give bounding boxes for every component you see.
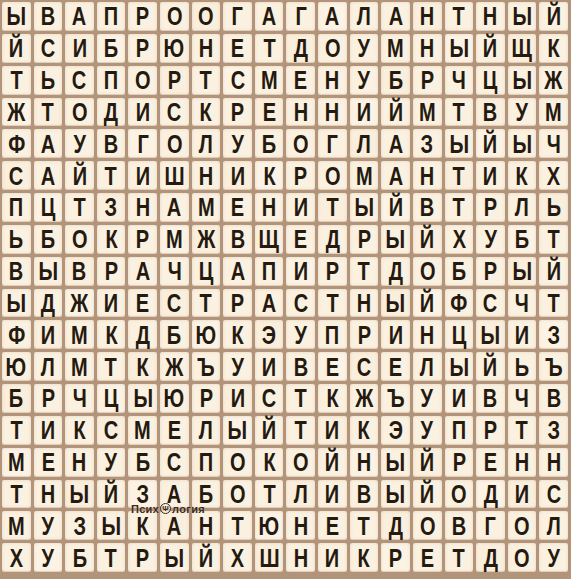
grid-cell[interactable]: В (223, 225, 252, 254)
grid-cell[interactable]: Р (445, 448, 474, 477)
grid-cell[interactable]: И (350, 98, 379, 127)
grid-cell[interactable]: В (539, 384, 568, 413)
grid-cell[interactable]: Т (286, 416, 315, 445)
grid-cell[interactable]: С (286, 289, 315, 318)
grid-cell[interactable]: Т (445, 161, 474, 190)
grid-cell[interactable]: Н (318, 66, 347, 95)
grid-cell[interactable]: Т (445, 543, 474, 572)
grid-cell[interactable]: И (128, 161, 157, 190)
grid-cell[interactable]: Н (286, 98, 315, 127)
grid-cell[interactable]: Е (160, 416, 189, 445)
grid-cell[interactable]: Й (476, 352, 505, 381)
grid-cell[interactable]: Ы (508, 2, 537, 31)
grid-cell[interactable]: Н (413, 34, 442, 63)
grid-cell[interactable]: А (223, 257, 252, 286)
grid-cell[interactable]: Л (350, 129, 379, 158)
grid-cell[interactable]: Ф (2, 129, 31, 158)
grid-cell[interactable]: К (192, 98, 221, 127)
grid-cell[interactable]: П (318, 320, 347, 349)
grid-cell[interactable]: М (350, 161, 379, 190)
grid-cell[interactable]: Н (413, 320, 442, 349)
grid-cell[interactable]: Н (350, 448, 379, 477)
grid-cell[interactable]: З (413, 129, 442, 158)
grid-cell[interactable]: Н (192, 161, 221, 190)
grid-cell[interactable]: З (128, 480, 157, 509)
grid-cell[interactable]: Н (192, 511, 221, 540)
grid-cell[interactable]: П (97, 66, 126, 95)
grid-cell[interactable]: Ы (128, 384, 157, 413)
grid-cell[interactable]: З (539, 320, 568, 349)
grid-cell[interactable]: В (476, 384, 505, 413)
grid-cell[interactable]: А (160, 480, 189, 509)
grid-cell[interactable]: П (2, 193, 31, 222)
grid-cell[interactable]: Л (539, 511, 568, 540)
grid-cell[interactable]: Й (413, 289, 442, 318)
grid-cell[interactable]: Ь (539, 193, 568, 222)
grid-cell[interactable]: Т (65, 193, 94, 222)
grid-cell[interactable]: И (508, 480, 537, 509)
grid-cell[interactable]: Ч (539, 129, 568, 158)
grid-cell[interactable]: К (128, 511, 157, 540)
grid-cell[interactable]: А (65, 2, 94, 31)
grid-cell[interactable]: О (508, 511, 537, 540)
grid-cell[interactable]: Ъ (192, 352, 221, 381)
grid-cell[interactable]: Ф (445, 289, 474, 318)
grid-cell[interactable]: И (286, 257, 315, 286)
grid-cell[interactable]: Ы (445, 352, 474, 381)
grid-cell[interactable]: Б (381, 66, 410, 95)
grid-cell[interactable]: Т (255, 480, 284, 509)
grid-cell[interactable]: Ы (350, 193, 379, 222)
grid-cell[interactable]: В (413, 193, 442, 222)
grid-cell[interactable]: О (286, 448, 315, 477)
grid-cell[interactable]: Р (223, 98, 252, 127)
grid-cell[interactable]: М (413, 98, 442, 127)
grid-cell[interactable]: Ь (508, 352, 537, 381)
grid-cell[interactable]: Ы (508, 129, 537, 158)
grid-cell[interactable]: Й (539, 257, 568, 286)
grid-cell[interactable]: А (34, 161, 63, 190)
grid-cell[interactable]: Н (65, 448, 94, 477)
grid-cell[interactable]: М (128, 416, 157, 445)
grid-cell[interactable]: И (128, 98, 157, 127)
grid-cell[interactable]: Ы (508, 257, 537, 286)
grid-cell[interactable]: А (255, 289, 284, 318)
grid-cell[interactable]: У (476, 225, 505, 254)
grid-cell[interactable]: В (286, 352, 315, 381)
grid-cell[interactable]: Е (223, 193, 252, 222)
grid-cell[interactable]: Ы (65, 480, 94, 509)
grid-cell[interactable]: А (381, 129, 410, 158)
grid-cell[interactable]: Э (381, 416, 410, 445)
grid-cell[interactable]: Й (413, 480, 442, 509)
grid-cell[interactable]: И (286, 193, 315, 222)
grid-cell[interactable]: М (2, 511, 31, 540)
grid-cell[interactable]: О (223, 448, 252, 477)
grid-cell[interactable]: Й (255, 416, 284, 445)
grid-cell[interactable]: О (160, 2, 189, 31)
grid-cell[interactable]: Ы (445, 129, 474, 158)
grid-cell[interactable]: Б (97, 34, 126, 63)
grid-cell[interactable]: Е (318, 511, 347, 540)
grid-cell[interactable]: М (255, 66, 284, 95)
grid-cell[interactable]: Б (445, 257, 474, 286)
grid-cell[interactable]: К (539, 34, 568, 63)
grid-cell[interactable]: А (34, 129, 63, 158)
grid-cell[interactable]: Ю (255, 511, 284, 540)
grid-cell[interactable]: Ь (2, 225, 31, 254)
grid-cell[interactable]: Т (97, 161, 126, 190)
grid-cell[interactable]: А (128, 257, 157, 286)
grid-cell[interactable]: У (539, 543, 568, 572)
grid-cell[interactable]: Й (2, 34, 31, 63)
grid-cell[interactable]: Н (508, 448, 537, 477)
grid-cell[interactable]: Т (223, 511, 252, 540)
grid-cell[interactable]: М (192, 193, 221, 222)
grid-cell[interactable]: Ы (445, 34, 474, 63)
grid-cell[interactable]: Т (350, 511, 379, 540)
grid-cell[interactable]: Д (128, 320, 157, 349)
grid-cell[interactable]: Н (413, 2, 442, 31)
grid-cell[interactable]: И (445, 384, 474, 413)
grid-cell[interactable]: Д (476, 480, 505, 509)
grid-cell[interactable]: Н (255, 193, 284, 222)
grid-cell[interactable]: В (34, 2, 63, 31)
grid-cell[interactable]: В (476, 98, 505, 127)
grid-cell[interactable]: Р (192, 384, 221, 413)
grid-cell[interactable]: Х (539, 161, 568, 190)
grid-cell[interactable]: О (318, 161, 347, 190)
grid-cell[interactable]: Б (160, 320, 189, 349)
grid-cell[interactable]: Д (381, 257, 410, 286)
grid-cell[interactable]: Н (476, 2, 505, 31)
grid-cell[interactable]: Ч (160, 257, 189, 286)
grid-cell[interactable]: В (2, 257, 31, 286)
grid-cell[interactable]: А (160, 511, 189, 540)
grid-cell[interactable]: Е (255, 98, 284, 127)
grid-cell[interactable]: Ф (2, 320, 31, 349)
grid-cell[interactable]: А (381, 161, 410, 190)
grid-cell[interactable]: О (318, 34, 347, 63)
grid-cell[interactable]: Ж (65, 289, 94, 318)
grid-cell[interactable]: Х (2, 543, 31, 572)
grid-cell[interactable]: Ц (445, 320, 474, 349)
grid-cell[interactable]: Ю (2, 352, 31, 381)
grid-cell[interactable]: У (65, 129, 94, 158)
grid-cell[interactable]: С (2, 161, 31, 190)
grid-cell[interactable]: Т (539, 289, 568, 318)
grid-cell[interactable]: М (160, 225, 189, 254)
grid-cell[interactable]: Д (97, 98, 126, 127)
grid-cell[interactable]: Р (128, 225, 157, 254)
grid-cell[interactable]: Л (413, 352, 442, 381)
grid-cell[interactable]: В (65, 257, 94, 286)
grid-cell[interactable]: Й (97, 480, 126, 509)
grid-cell[interactable]: Т (2, 416, 31, 445)
grid-cell[interactable]: И (34, 320, 63, 349)
grid-cell[interactable]: Б (2, 384, 31, 413)
grid-cell[interactable]: Р (476, 416, 505, 445)
grid-cell[interactable]: Е (34, 448, 63, 477)
grid-cell[interactable]: И (255, 352, 284, 381)
grid-cell[interactable]: Б (255, 129, 284, 158)
grid-cell[interactable]: Т (97, 352, 126, 381)
grid-cell[interactable]: Р (286, 161, 315, 190)
grid-cell[interactable]: С (97, 416, 126, 445)
grid-cell[interactable]: Н (539, 448, 568, 477)
grid-cell[interactable]: Ы (223, 416, 252, 445)
grid-cell[interactable]: Й (381, 193, 410, 222)
grid-cell[interactable]: Ш (255, 543, 284, 572)
grid-cell[interactable]: У (413, 416, 442, 445)
grid-cell[interactable]: Е (286, 66, 315, 95)
grid-cell[interactable]: Ы (381, 225, 410, 254)
grid-cell[interactable]: К (350, 543, 379, 572)
grid-cell[interactable]: Ч (508, 289, 537, 318)
grid-cell[interactable]: В (97, 129, 126, 158)
grid-cell[interactable]: Л (34, 352, 63, 381)
grid-cell[interactable]: Н (286, 543, 315, 572)
grid-cell[interactable]: С (476, 289, 505, 318)
grid-cell[interactable]: Л (192, 416, 221, 445)
grid-cell[interactable]: У (350, 34, 379, 63)
grid-cell[interactable]: О (413, 257, 442, 286)
grid-cell[interactable]: Н (413, 161, 442, 190)
grid-cell[interactable]: К (223, 320, 252, 349)
grid-cell[interactable]: Ю (192, 320, 221, 349)
grid-cell[interactable]: И (508, 320, 537, 349)
grid-cell[interactable]: О (286, 129, 315, 158)
grid-cell[interactable]: Е (223, 34, 252, 63)
grid-cell[interactable]: Г (318, 129, 347, 158)
grid-cell[interactable]: Ь (34, 66, 63, 95)
grid-cell[interactable]: Т (318, 193, 347, 222)
grid-cell[interactable]: Й (192, 543, 221, 572)
grid-cell[interactable]: Й (539, 2, 568, 31)
grid-cell[interactable]: О (160, 129, 189, 158)
grid-cell[interactable]: Д (318, 225, 347, 254)
grid-cell[interactable]: Т (97, 543, 126, 572)
grid-cell[interactable]: Р (34, 384, 63, 413)
grid-cell[interactable]: И (381, 320, 410, 349)
grid-cell[interactable]: Л (508, 193, 537, 222)
grid-cell[interactable]: Ж (2, 98, 31, 127)
grid-cell[interactable]: Ъ (381, 384, 410, 413)
grid-cell[interactable]: И (476, 161, 505, 190)
grid-cell[interactable]: Р (350, 320, 379, 349)
grid-cell[interactable]: З (97, 193, 126, 222)
grid-cell[interactable]: И (223, 384, 252, 413)
grid-cell[interactable]: Т (318, 289, 347, 318)
grid-cell[interactable]: М (539, 98, 568, 127)
grid-cell[interactable]: Б (34, 225, 63, 254)
grid-cell[interactable]: К (350, 416, 379, 445)
grid-cell[interactable]: И (65, 34, 94, 63)
grid-cell[interactable]: Е (476, 448, 505, 477)
grid-cell[interactable]: К (97, 225, 126, 254)
grid-cell[interactable]: Т (286, 384, 315, 413)
grid-cell[interactable]: Р (128, 2, 157, 31)
grid-cell[interactable]: Ж (350, 384, 379, 413)
grid-cell[interactable]: Р (476, 257, 505, 286)
grid-cell[interactable]: Р (413, 66, 442, 95)
grid-cell[interactable]: К (508, 161, 537, 190)
grid-cell[interactable]: Ю (160, 384, 189, 413)
grid-cell[interactable]: О (445, 480, 474, 509)
grid-cell[interactable]: Д (476, 543, 505, 572)
grid-cell[interactable]: О (508, 543, 537, 572)
grid-cell[interactable]: Б (508, 225, 537, 254)
grid-cell[interactable]: Е (381, 352, 410, 381)
grid-cell[interactable]: Л (350, 2, 379, 31)
grid-cell[interactable]: К (128, 352, 157, 381)
grid-cell[interactable]: У (413, 384, 442, 413)
grid-cell[interactable]: А (160, 193, 189, 222)
grid-cell[interactable]: Т (255, 34, 284, 63)
grid-cell[interactable]: Г (476, 511, 505, 540)
grid-cell[interactable]: Э (255, 320, 284, 349)
grid-cell[interactable]: К (255, 448, 284, 477)
grid-cell[interactable]: Й (476, 129, 505, 158)
grid-cell[interactable]: Т (192, 289, 221, 318)
grid-cell[interactable]: А (381, 2, 410, 31)
grid-cell[interactable]: Ы (34, 257, 63, 286)
grid-cell[interactable]: И (318, 543, 347, 572)
grid-cell[interactable]: У (223, 352, 252, 381)
grid-cell[interactable]: Н (128, 193, 157, 222)
grid-cell[interactable]: С (255, 384, 284, 413)
grid-cell[interactable]: Б (128, 448, 157, 477)
grid-cell[interactable]: С (350, 352, 379, 381)
grid-cell[interactable]: Р (350, 225, 379, 254)
grid-cell[interactable]: Й (381, 98, 410, 127)
grid-cell[interactable]: Т (508, 416, 537, 445)
grid-cell[interactable]: Ж (192, 225, 221, 254)
grid-cell[interactable]: И (318, 416, 347, 445)
grid-cell[interactable]: Е (318, 352, 347, 381)
grid-cell[interactable]: Х (445, 225, 474, 254)
grid-cell[interactable]: Ц (476, 66, 505, 95)
grid-cell[interactable]: К (255, 161, 284, 190)
grid-cell[interactable]: Ц (97, 384, 126, 413)
grid-cell[interactable]: К (318, 384, 347, 413)
grid-cell[interactable]: М (381, 34, 410, 63)
grid-cell[interactable]: К (65, 416, 94, 445)
grid-cell[interactable]: Р (97, 257, 126, 286)
grid-cell[interactable]: П (445, 416, 474, 445)
grid-cell[interactable]: Е (286, 225, 315, 254)
grid-cell[interactable]: М (2, 448, 31, 477)
grid-cell[interactable]: Ы (381, 480, 410, 509)
grid-cell[interactable]: О (413, 511, 442, 540)
grid-cell[interactable]: Й (65, 161, 94, 190)
grid-cell[interactable]: Т (539, 225, 568, 254)
grid-cell[interactable]: Е (128, 289, 157, 318)
grid-cell[interactable]: Н (318, 98, 347, 127)
grid-cell[interactable]: С (223, 66, 252, 95)
grid-cell[interactable]: Ч (65, 384, 94, 413)
grid-cell[interactable]: С (160, 289, 189, 318)
grid-cell[interactable]: Ч (445, 66, 474, 95)
grid-cell[interactable]: О (65, 225, 94, 254)
grid-cell[interactable]: Ж (160, 352, 189, 381)
grid-cell[interactable]: В (350, 480, 379, 509)
grid-cell[interactable]: П (97, 2, 126, 31)
grid-cell[interactable]: Г (223, 2, 252, 31)
grid-cell[interactable]: Ю (160, 34, 189, 63)
grid-cell[interactable]: Т (34, 98, 63, 127)
grid-cell[interactable]: Т (445, 2, 474, 31)
grid-cell[interactable]: Ы (381, 448, 410, 477)
grid-cell[interactable]: Д (286, 34, 315, 63)
grid-cell[interactable]: Т (445, 193, 474, 222)
grid-cell[interactable]: И (34, 416, 63, 445)
grid-cell[interactable]: Р (160, 66, 189, 95)
grid-cell[interactable]: Б (65, 543, 94, 572)
grid-cell[interactable]: Ы (97, 511, 126, 540)
grid-cell[interactable]: Е (413, 543, 442, 572)
grid-cell[interactable]: О (65, 98, 94, 127)
grid-cell[interactable]: Ы (2, 289, 31, 318)
grid-cell[interactable]: М (65, 320, 94, 349)
grid-cell[interactable]: П (192, 448, 221, 477)
grid-cell[interactable]: С (160, 448, 189, 477)
grid-cell[interactable]: С (539, 480, 568, 509)
grid-cell[interactable]: Р (223, 289, 252, 318)
grid-cell[interactable]: Щ (255, 225, 284, 254)
grid-cell[interactable]: Р (128, 34, 157, 63)
grid-cell[interactable]: О (128, 66, 157, 95)
grid-cell[interactable]: И (97, 289, 126, 318)
grid-cell[interactable]: Ы (381, 289, 410, 318)
grid-cell[interactable]: Б (192, 480, 221, 509)
grid-cell[interactable]: С (65, 66, 94, 95)
grid-cell[interactable]: Ц (192, 257, 221, 286)
grid-cell[interactable]: Г (286, 2, 315, 31)
grid-cell[interactable]: Т (2, 480, 31, 509)
grid-cell[interactable]: А (318, 2, 347, 31)
grid-cell[interactable]: Д (381, 511, 410, 540)
grid-cell[interactable]: К (97, 320, 126, 349)
grid-cell[interactable]: Щ (508, 34, 537, 63)
grid-cell[interactable]: У (223, 129, 252, 158)
grid-cell[interactable]: Л (192, 129, 221, 158)
grid-cell[interactable]: Н (192, 34, 221, 63)
grid-cell[interactable]: О (192, 2, 221, 31)
grid-cell[interactable]: З (539, 416, 568, 445)
grid-cell[interactable]: Т (192, 66, 221, 95)
grid-cell[interactable]: Г (128, 129, 157, 158)
grid-cell[interactable]: Й (318, 448, 347, 477)
grid-cell[interactable]: И (223, 161, 252, 190)
grid-cell[interactable]: Ч (508, 384, 537, 413)
grid-cell[interactable]: Т (445, 98, 474, 127)
grid-cell[interactable]: Л (286, 480, 315, 509)
grid-cell[interactable]: Й (476, 34, 505, 63)
grid-cell[interactable]: У (97, 448, 126, 477)
grid-cell[interactable]: Р (476, 193, 505, 222)
grid-cell[interactable]: Т (2, 66, 31, 95)
grid-cell[interactable]: Ц (34, 193, 63, 222)
grid-cell[interactable]: П (255, 257, 284, 286)
grid-cell[interactable]: Ъ (539, 352, 568, 381)
grid-cell[interactable]: Р (128, 543, 157, 572)
grid-cell[interactable]: Д (34, 289, 63, 318)
grid-cell[interactable]: М (65, 352, 94, 381)
grid-cell[interactable]: З (65, 511, 94, 540)
grid-cell[interactable]: Н (350, 289, 379, 318)
grid-cell[interactable]: Ы (508, 66, 537, 95)
